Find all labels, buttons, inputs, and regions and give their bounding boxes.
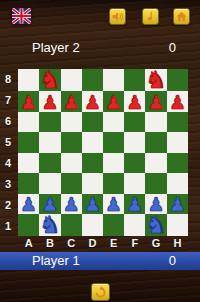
- player1-turn-bar: Player 1 0: [0, 252, 200, 270]
- rank-label-5: 5: [0, 132, 16, 153]
- square-b5[interactable]: [39, 132, 61, 153]
- square-a3[interactable]: [18, 173, 39, 194]
- square-e3[interactable]: [103, 173, 124, 194]
- square-a1[interactable]: [18, 214, 39, 236]
- square-g1[interactable]: ♞: [145, 214, 167, 236]
- square-h5[interactable]: [167, 132, 188, 153]
- player2-name: Player 2: [32, 39, 80, 56]
- rank-label-3: 3: [0, 173, 16, 194]
- red-pawn[interactable]: ♟: [63, 92, 80, 112]
- square-d7[interactable]: ♟: [82, 91, 103, 112]
- square-d4[interactable]: [82, 153, 103, 174]
- square-a6[interactable]: [18, 112, 39, 133]
- square-g6[interactable]: [145, 112, 167, 133]
- square-b8[interactable]: ♞: [39, 69, 61, 91]
- square-f4[interactable]: [124, 153, 145, 174]
- red-pawn[interactable]: ♟: [41, 92, 58, 112]
- square-e7[interactable]: ♟: [103, 91, 124, 112]
- square-d1[interactable]: [82, 214, 103, 236]
- file-label-g: G: [146, 237, 167, 250]
- square-c5[interactable]: [61, 132, 82, 153]
- red-pawn[interactable]: ♟: [169, 92, 186, 112]
- square-e1[interactable]: [103, 214, 124, 236]
- square-h2[interactable]: ♟: [167, 194, 188, 215]
- square-e4[interactable]: [103, 153, 124, 174]
- file-label-f: F: [124, 237, 145, 250]
- square-h6[interactable]: [167, 112, 188, 133]
- square-f2[interactable]: ♟: [124, 194, 145, 215]
- square-b1[interactable]: ♞: [39, 214, 61, 236]
- square-c6[interactable]: [61, 112, 82, 133]
- red-pawn[interactable]: ♟: [126, 92, 143, 112]
- file-labels: ABCDEFGH: [18, 237, 188, 250]
- square-h4[interactable]: [167, 153, 188, 174]
- square-a2[interactable]: ♟: [18, 194, 39, 215]
- home-button[interactable]: [173, 8, 190, 25]
- square-b6[interactable]: [39, 112, 61, 133]
- square-e2[interactable]: ♟: [103, 194, 124, 215]
- square-g5[interactable]: [145, 132, 167, 153]
- uk-flag-icon: [12, 8, 31, 24]
- blue-pawn[interactable]: ♟: [63, 194, 80, 214]
- file-label-e: E: [103, 237, 124, 250]
- rank-label-4: 4: [0, 153, 16, 174]
- square-e6[interactable]: [103, 112, 124, 133]
- square-d6[interactable]: [82, 112, 103, 133]
- chess-board: ♞♞♟♟♟♟♟♟♟♟♟♟♟♟♟♟♟♟♞♞: [18, 69, 188, 236]
- rank-label-2: 2: [0, 194, 16, 215]
- square-d8[interactable]: [82, 69, 103, 91]
- blue-pawn[interactable]: ♟: [169, 194, 186, 214]
- red-pawn[interactable]: ♟: [105, 92, 122, 112]
- square-f6[interactable]: [124, 112, 145, 133]
- sound-button[interactable]: [109, 8, 126, 25]
- restart-button[interactable]: [91, 283, 110, 301]
- square-f5[interactable]: [124, 132, 145, 153]
- rank-label-1: 1: [0, 215, 16, 236]
- square-h3[interactable]: [167, 173, 188, 194]
- restart-icon: [94, 286, 107, 299]
- blue-pawn[interactable]: ♟: [126, 194, 143, 214]
- square-h7[interactable]: ♟: [167, 91, 188, 112]
- file-label-c: C: [61, 237, 82, 250]
- square-c4[interactable]: [61, 153, 82, 174]
- blue-pawn[interactable]: ♟: [20, 194, 37, 214]
- file-label-h: H: [167, 237, 188, 250]
- square-h1[interactable]: [167, 214, 188, 236]
- blue-pawn[interactable]: ♟: [105, 194, 122, 214]
- square-c3[interactable]: [61, 173, 82, 194]
- file-label-d: D: [82, 237, 103, 250]
- square-f3[interactable]: [124, 173, 145, 194]
- red-pawn[interactable]: ♟: [20, 92, 37, 112]
- rank-labels: 87654321: [0, 69, 16, 236]
- home-icon: [175, 10, 188, 23]
- rank-label-8: 8: [0, 69, 16, 90]
- square-e8[interactable]: [103, 69, 124, 91]
- red-pawn[interactable]: ♟: [148, 92, 165, 112]
- square-c7[interactable]: ♟: [61, 91, 82, 112]
- square-a5[interactable]: [18, 132, 39, 153]
- square-b3[interactable]: [39, 173, 61, 194]
- blue-pawn[interactable]: ♟: [84, 194, 101, 214]
- music-note-icon: [144, 10, 157, 23]
- square-d2[interactable]: ♟: [82, 194, 103, 215]
- rank-label-7: 7: [0, 90, 16, 111]
- square-g4[interactable]: [145, 153, 167, 174]
- square-a4[interactable]: [18, 153, 39, 174]
- speaker-icon: [111, 10, 124, 23]
- square-d5[interactable]: [82, 132, 103, 153]
- red-knight[interactable]: ♞: [39, 69, 61, 91]
- square-g8[interactable]: ♞: [145, 69, 167, 91]
- square-c2[interactable]: ♟: [61, 194, 82, 215]
- square-e5[interactable]: [103, 132, 124, 153]
- square-a8[interactable]: [18, 69, 39, 91]
- red-knight[interactable]: ♞: [145, 69, 167, 91]
- file-label-a: A: [18, 237, 39, 250]
- square-h8[interactable]: [167, 69, 188, 91]
- language-flag-button[interactable]: [12, 8, 31, 24]
- square-c8[interactable]: [61, 69, 82, 91]
- player1-score: 0: [169, 252, 176, 270]
- player1-name: Player 1: [32, 252, 80, 270]
- square-d3[interactable]: [82, 173, 103, 194]
- square-g7[interactable]: ♟: [145, 91, 167, 112]
- blue-knight[interactable]: ♞: [39, 214, 61, 236]
- square-a7[interactable]: ♟: [18, 91, 39, 112]
- music-button[interactable]: [142, 8, 159, 25]
- app-root: Player 2 0 87654321 ♞♞♟♟♟♟♟♟♟♟♟♟♟♟♟♟♟♟♞♞…: [0, 0, 200, 302]
- red-pawn[interactable]: ♟: [84, 92, 101, 112]
- square-g3[interactable]: [145, 173, 167, 194]
- square-f7[interactable]: ♟: [124, 91, 145, 112]
- player2-score: 0: [169, 39, 176, 56]
- rank-label-6: 6: [0, 111, 16, 132]
- square-b7[interactable]: ♟: [39, 91, 61, 112]
- square-c1[interactable]: [61, 214, 82, 236]
- player2-row: Player 2 0: [0, 39, 200, 56]
- square-f1[interactable]: [124, 214, 145, 236]
- blue-knight[interactable]: ♞: [145, 214, 167, 236]
- square-f8[interactable]: [124, 69, 145, 91]
- square-b4[interactable]: [39, 153, 61, 174]
- file-label-b: B: [39, 237, 60, 250]
